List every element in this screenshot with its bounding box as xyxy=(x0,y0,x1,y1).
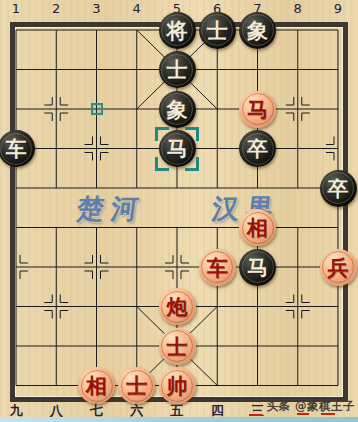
piece-character: 相 xyxy=(86,375,107,396)
file-label-top: 3 xyxy=(86,1,108,16)
piece-black-king[interactable]: 将 xyxy=(159,12,196,49)
piece-character: 将 xyxy=(167,20,188,41)
piece-black-advisor[interactable]: 士 xyxy=(159,51,196,88)
piece-red-chariot[interactable]: 车 xyxy=(199,249,236,286)
piece-black-elephant[interactable]: 象 xyxy=(159,91,196,128)
piece-character: 卒 xyxy=(328,178,349,199)
piece-character: 士 xyxy=(207,20,228,41)
piece-red-advisor[interactable]: 士 xyxy=(118,367,155,404)
file-label-bottom: 六 xyxy=(126,403,148,418)
last-move-from-marker xyxy=(91,103,103,115)
piece-character: 帅 xyxy=(167,375,188,396)
piece-character: 象 xyxy=(247,20,268,41)
watermark-underline xyxy=(297,413,309,415)
piece-character: 马 xyxy=(167,138,188,159)
piece-black-soldier[interactable]: 卒 xyxy=(320,170,357,207)
file-label-top: 9 xyxy=(327,1,349,16)
piece-character: 相 xyxy=(247,217,268,238)
piece-black-horse[interactable]: 马 xyxy=(159,130,196,167)
piece-character: 士 xyxy=(126,375,147,396)
piece-character: 车 xyxy=(207,257,228,278)
piece-red-advisor[interactable]: 士 xyxy=(159,328,196,365)
piece-character: 士 xyxy=(167,59,188,80)
piece-character: 象 xyxy=(167,99,188,120)
piece-red-elephant[interactable]: 相 xyxy=(78,367,115,404)
piece-black-horse[interactable]: 马 xyxy=(239,249,276,286)
file-label-top: 4 xyxy=(126,1,148,16)
watermark-underline xyxy=(321,413,335,415)
piece-character: 兵 xyxy=(328,257,349,278)
piece-character: 卒 xyxy=(247,138,268,159)
piece-black-elephant[interactable]: 象 xyxy=(239,12,276,49)
file-label-bottom: 九 xyxy=(5,403,27,418)
piece-red-soldier[interactable]: 兵 xyxy=(320,249,357,286)
piece-black-soldier[interactable]: 卒 xyxy=(239,130,276,167)
file-label-top: 2 xyxy=(45,1,67,16)
file-label-bottom: 四 xyxy=(206,403,228,418)
piece-character: 马 xyxy=(247,257,268,278)
xiangqi-board: 123456789 楚河 汉界 将士象士象马车马卒卒相车马兵炮士相士帅 九八七六… xyxy=(0,0,358,422)
file-label-bottom: 五 xyxy=(166,403,188,418)
piece-red-cannon[interactable]: 炮 xyxy=(159,288,196,325)
river-label-left: 楚河 xyxy=(54,191,168,227)
bottom-blue-strip xyxy=(0,417,358,422)
watermark: 头条 @象棋王子 xyxy=(266,399,355,414)
piece-character: 士 xyxy=(167,336,188,357)
piece-black-chariot[interactable]: 车 xyxy=(0,130,35,167)
piece-red-horse[interactable]: 马 xyxy=(239,91,276,128)
piece-character: 车 xyxy=(6,138,27,159)
file-label-top: 8 xyxy=(287,1,309,16)
piece-character: 马 xyxy=(247,99,268,120)
file-label-bottom: 七 xyxy=(86,403,108,418)
file-label-bottom: 八 xyxy=(45,403,67,418)
piece-black-advisor[interactable]: 士 xyxy=(199,12,236,49)
file-label-top: 1 xyxy=(5,1,27,16)
piece-red-king[interactable]: 帅 xyxy=(159,367,196,404)
watermark-underline xyxy=(249,414,262,416)
piece-character: 炮 xyxy=(167,296,188,317)
piece-red-elephant[interactable]: 相 xyxy=(239,209,276,246)
